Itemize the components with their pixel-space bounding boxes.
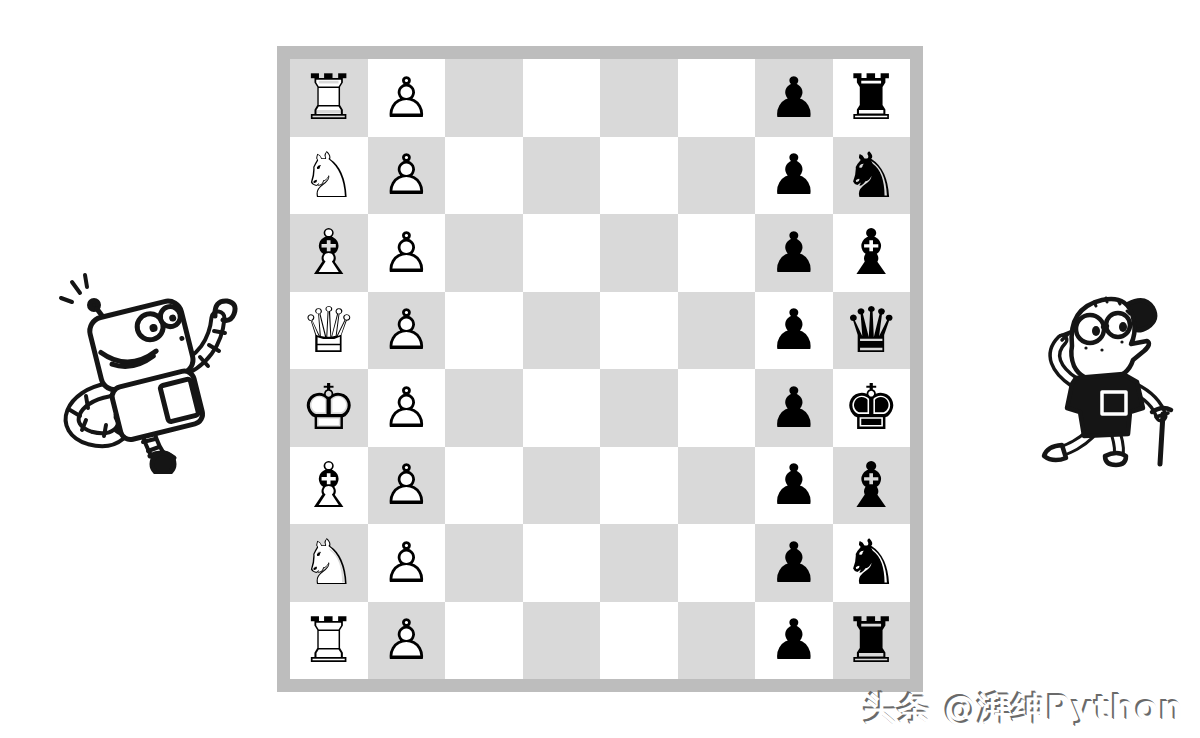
square-d8: ♛ [833,292,911,370]
square-f3 [445,447,523,525]
black-pawn: ♟ [769,70,819,126]
square-c5 [600,214,678,292]
black-bishop: ♝ [843,221,899,284]
square-c1: ♝♗ [290,214,368,292]
square-a3 [445,59,523,137]
white-pawn: ♟♙ [381,302,431,358]
square-h5 [600,602,678,680]
square-g7: ♟ [755,524,833,602]
square-e6 [678,369,756,447]
black-bishop: ♝ [843,454,899,517]
square-f6 [678,447,756,525]
square-a2: ♟♙ [368,59,446,137]
black-king: ♚ [843,376,899,439]
square-b1: ♞♘ [290,137,368,215]
square-b4 [523,137,601,215]
black-pawn: ♟ [769,380,819,436]
square-h4 [523,602,601,680]
white-pawn: ♟♙ [381,612,431,668]
square-b8: ♞ [833,137,911,215]
white-bishop: ♝♗ [301,454,357,517]
watermark: 头条 @湃绅Python [864,687,1184,732]
square-d5 [600,292,678,370]
black-pawn: ♟ [769,535,819,591]
square-g3 [445,524,523,602]
white-pawn: ♟♙ [381,380,431,436]
person-illustration [1010,284,1180,470]
square-g6 [678,524,756,602]
square-a4 [523,59,601,137]
square-c6 [678,214,756,292]
square-f1: ♝♗ [290,447,368,525]
square-f5 [600,447,678,525]
square-h7: ♟ [755,602,833,680]
square-a7: ♟ [755,59,833,137]
square-f8: ♝ [833,447,911,525]
square-d6 [678,292,756,370]
square-h8: ♜ [833,602,911,680]
square-c7: ♟ [755,214,833,292]
square-g8: ♞ [833,524,911,602]
square-c8: ♝ [833,214,911,292]
white-pawn: ♟♙ [381,147,431,203]
black-knight: ♞ [843,144,899,207]
square-h1: ♜♖ [290,602,368,680]
square-d2: ♟♙ [368,292,446,370]
robot-illustration [42,268,238,474]
white-knight: ♞♘ [301,144,357,207]
square-a5 [600,59,678,137]
square-g2: ♟♙ [368,524,446,602]
square-h2: ♟♙ [368,602,446,680]
white-knight: ♞♘ [301,531,357,594]
square-e2: ♟♙ [368,369,446,447]
chess-board: ♜♖♟♙♟♜♞♘♟♙♟♞♝♗♟♙♟♝♛♕♟♙♟♛♚♔♟♙♟♚♝♗♟♙♟♝♞♘♟♙… [290,59,910,679]
black-pawn: ♟ [769,225,819,281]
square-e1: ♚♔ [290,369,368,447]
white-rook: ♜♖ [301,66,357,129]
square-a6 [678,59,756,137]
black-pawn: ♟ [769,612,819,668]
black-pawn: ♟ [769,147,819,203]
square-c2: ♟♙ [368,214,446,292]
square-e8: ♚ [833,369,911,447]
white-king: ♚♔ [301,376,357,439]
square-f4 [523,447,601,525]
square-d4 [523,292,601,370]
square-d1: ♛♕ [290,292,368,370]
square-e7: ♟ [755,369,833,447]
square-a8: ♜ [833,59,911,137]
white-rook: ♜♖ [301,609,357,672]
white-pawn: ♟♙ [381,457,431,513]
square-h3 [445,602,523,680]
black-rook: ♜ [843,66,899,129]
black-pawn: ♟ [769,302,819,358]
square-b2: ♟♙ [368,137,446,215]
white-bishop: ♝♗ [301,221,357,284]
black-pawn: ♟ [769,457,819,513]
square-d3 [445,292,523,370]
white-pawn: ♟♙ [381,225,431,281]
black-rook: ♜ [843,609,899,672]
square-d7: ♟ [755,292,833,370]
square-b7: ♟ [755,137,833,215]
black-knight: ♞ [843,531,899,594]
black-queen: ♛ [843,299,899,362]
square-b6 [678,137,756,215]
square-b3 [445,137,523,215]
square-g1: ♞♘ [290,524,368,602]
square-e4 [523,369,601,447]
square-g4 [523,524,601,602]
white-pawn: ♟♙ [381,70,431,126]
square-h6 [678,602,756,680]
square-f7: ♟ [755,447,833,525]
white-queen: ♛♕ [301,299,357,362]
chess-board-frame: ♜♖♟♙♟♜♞♘♟♙♟♞♝♗♟♙♟♝♛♕♟♙♟♛♚♔♟♙♟♚♝♗♟♙♟♝♞♘♟♙… [277,46,923,692]
square-e3 [445,369,523,447]
square-b5 [600,137,678,215]
square-a1: ♜♖ [290,59,368,137]
white-pawn: ♟♙ [381,535,431,591]
square-c4 [523,214,601,292]
square-g5 [600,524,678,602]
square-f2: ♟♙ [368,447,446,525]
square-e5 [600,369,678,447]
square-c3 [445,214,523,292]
